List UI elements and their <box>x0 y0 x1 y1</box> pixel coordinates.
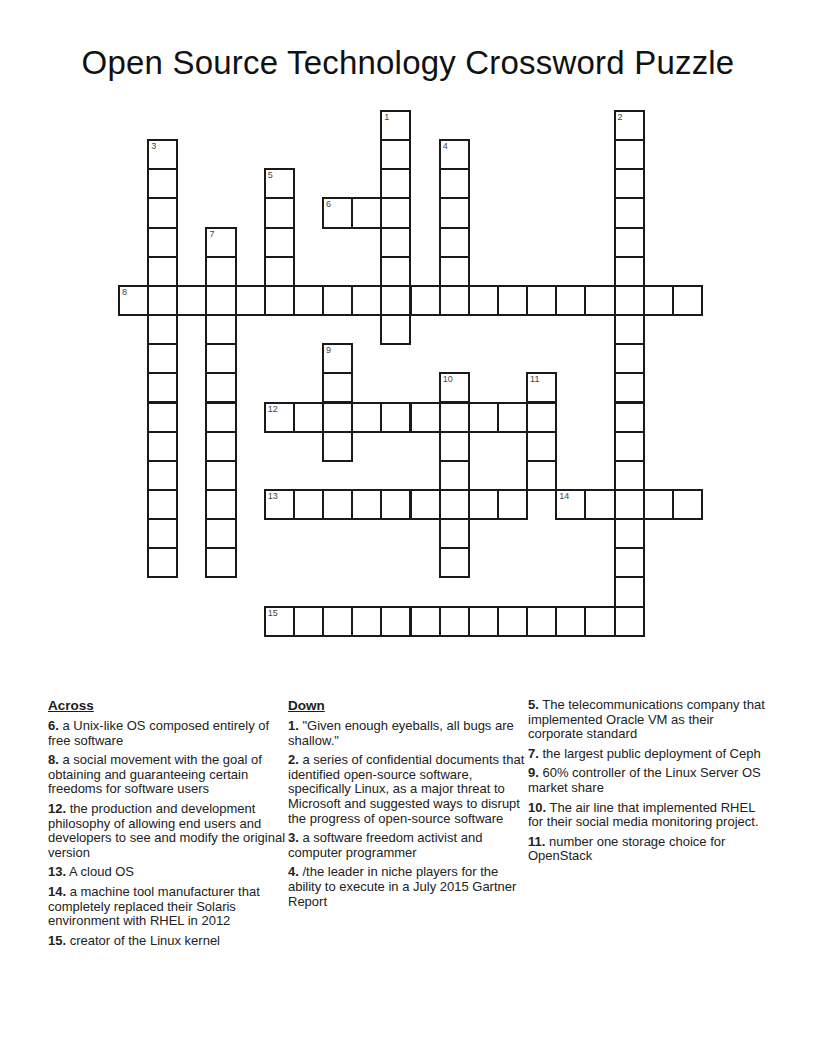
grid-cell[interactable] <box>147 431 178 462</box>
grid-cell[interactable] <box>205 372 236 403</box>
grid-cell[interactable] <box>497 402 528 433</box>
grid-cell[interactable] <box>205 343 236 374</box>
grid-cell[interactable] <box>380 489 411 520</box>
clue-item: 5. The telecommunications company that i… <box>528 698 768 742</box>
grid-cell[interactable] <box>380 227 411 258</box>
grid-cell[interactable] <box>526 606 557 637</box>
grid-cell[interactable] <box>264 227 295 258</box>
clue-item: 6. a Unix-like OS composed entirely of f… <box>48 719 288 748</box>
grid-cell[interactable] <box>584 489 615 520</box>
grid-cell[interactable] <box>147 343 178 374</box>
grid-cell[interactable] <box>322 606 353 637</box>
clue-item-number: 1. <box>288 718 299 733</box>
puzzle-title: Open Source Technology Crossword Puzzle <box>0 44 816 82</box>
clue-item-number: 15. <box>48 933 66 948</box>
clue-number: 12 <box>268 404 278 414</box>
grid-cell[interactable] <box>439 256 470 287</box>
grid-cell[interactable] <box>555 285 586 316</box>
grid-cell[interactable] <box>410 285 441 316</box>
clue-item-number: 7. <box>528 746 539 761</box>
grid-cell[interactable] <box>205 547 236 578</box>
clues-column-down-2: 5. The telecommunications company that i… <box>528 698 768 869</box>
clue-item-number: 2. <box>288 752 299 767</box>
grid-cell[interactable]: 6 <box>322 197 353 228</box>
clues-column-down-1: Down 1. "Given enough eyeballs, all bugs… <box>288 698 528 914</box>
grid-cell[interactable]: 11 <box>526 372 557 403</box>
grid-cell[interactable] <box>526 285 557 316</box>
clue-number: 5 <box>268 170 273 180</box>
grid-cell[interactable]: 14 <box>555 489 586 520</box>
clue-number: 4 <box>443 141 448 151</box>
clue-number: 6 <box>326 199 331 209</box>
down-clues-list-2: 5. The telecommunications company that i… <box>528 698 768 864</box>
grid-cell[interactable] <box>468 285 499 316</box>
clue-number: 2 <box>618 112 623 122</box>
grid-cell[interactable]: 1 <box>380 110 411 141</box>
grid-cell[interactable] <box>526 460 557 491</box>
grid-cell[interactable]: 5 <box>264 168 295 199</box>
grid-cell[interactable] <box>293 489 324 520</box>
grid-cell[interactable] <box>351 197 382 228</box>
grid-cell[interactable] <box>205 256 236 287</box>
grid-cell[interactable] <box>614 197 645 228</box>
grid-cell[interactable]: 15 <box>264 606 295 637</box>
clue-item: 13. A cloud OS <box>48 865 288 880</box>
clue-number: 9 <box>326 345 331 355</box>
grid-cell[interactable] <box>439 168 470 199</box>
grid-cell[interactable] <box>205 489 236 520</box>
grid-cell[interactable] <box>410 606 441 637</box>
grid-cell[interactable] <box>147 489 178 520</box>
grid-cell[interactable] <box>672 489 703 520</box>
grid-cell[interactable] <box>468 606 499 637</box>
grid-cell[interactable] <box>439 285 470 316</box>
grid-cell[interactable] <box>614 227 645 258</box>
clue-item: 15. creator of the Linux kernel <box>48 934 288 949</box>
clue-item: 8. a social movement with the goal of ob… <box>48 753 288 797</box>
clue-item-number: 14. <box>48 884 66 899</box>
grid-cell[interactable] <box>351 402 382 433</box>
grid-cell[interactable] <box>380 139 411 170</box>
grid-cell[interactable] <box>439 227 470 258</box>
grid-cell[interactable] <box>439 606 470 637</box>
grid-cell[interactable]: 3 <box>147 139 178 170</box>
clue-item-number: 11. <box>528 834 545 849</box>
grid-cell[interactable] <box>614 489 645 520</box>
grid-cell[interactable] <box>439 402 470 433</box>
grid-cell[interactable] <box>614 402 645 433</box>
grid-cell[interactable] <box>147 256 178 287</box>
grid-cell[interactable] <box>351 606 382 637</box>
grid-cell[interactable] <box>584 285 615 316</box>
grid-cell[interactable] <box>205 285 236 316</box>
clue-number: 11 <box>530 374 539 384</box>
grid-cell[interactable] <box>147 314 178 345</box>
down-heading: Down <box>288 698 528 713</box>
grid-cell[interactable] <box>264 285 295 316</box>
grid-cell[interactable] <box>351 489 382 520</box>
grid-cell[interactable] <box>205 460 236 491</box>
grid-cell[interactable] <box>147 402 178 433</box>
grid-cell[interactable] <box>380 256 411 287</box>
clue-item: 3. a software freedom activist and compu… <box>288 831 528 860</box>
clue-item-number: 13. <box>48 864 66 879</box>
clue-item: 4. /the leader in niche players for the … <box>288 865 528 909</box>
clue-item-number: 6. <box>48 718 59 733</box>
grid-cell[interactable] <box>147 227 178 258</box>
clue-item: 12. the production and development philo… <box>48 802 288 860</box>
across-clues-list: 6. a Unix-like OS composed entirely of f… <box>48 719 288 948</box>
grid-cell[interactable] <box>380 314 411 345</box>
grid-cell[interactable] <box>439 197 470 228</box>
grid-cell[interactable] <box>322 285 353 316</box>
grid-cell[interactable] <box>205 402 236 433</box>
grid-cell[interactable] <box>264 256 295 287</box>
grid-cell[interactable] <box>497 285 528 316</box>
grid-cell[interactable] <box>468 489 499 520</box>
grid-cell[interactable] <box>380 402 411 433</box>
clue-item-number: 8. <box>48 752 59 767</box>
grid-cell[interactable] <box>439 547 470 578</box>
grid-cell[interactable] <box>380 197 411 228</box>
grid-cell[interactable] <box>264 197 295 228</box>
grid-cell[interactable] <box>147 168 178 199</box>
grid-cell[interactable] <box>672 285 703 316</box>
clue-number: 13 <box>268 491 278 501</box>
grid-cell[interactable]: 7 <box>205 227 236 258</box>
crossword-grid: 123456789101112131415 <box>118 110 704 638</box>
clue-number: 3 <box>151 141 156 151</box>
grid-cell[interactable]: 2 <box>614 110 645 141</box>
grid-cell[interactable] <box>614 256 645 287</box>
grid-cell[interactable] <box>614 372 645 403</box>
grid-cell[interactable] <box>293 606 324 637</box>
grid-cell[interactable] <box>614 139 645 170</box>
grid-cell[interactable] <box>147 547 178 578</box>
grid-cell[interactable] <box>643 285 674 316</box>
grid-cell[interactable] <box>205 314 236 345</box>
grid-cell[interactable] <box>147 460 178 491</box>
grid-cell[interactable] <box>614 460 645 491</box>
grid-cell[interactable]: 12 <box>264 402 295 433</box>
clue-item: 11. number one storage choice for OpenSt… <box>528 835 768 864</box>
grid-cell[interactable]: 13 <box>264 489 295 520</box>
grid-cell[interactable] <box>410 489 441 520</box>
grid-cell[interactable] <box>439 460 470 491</box>
grid-cell[interactable] <box>235 285 266 316</box>
grid-cell[interactable] <box>205 431 236 462</box>
clue-item-number: 10. <box>528 800 546 815</box>
grid-cell[interactable] <box>526 431 557 462</box>
grid-cell[interactable] <box>147 372 178 403</box>
grid-cell[interactable] <box>439 518 470 549</box>
clue-number: 15 <box>268 608 278 618</box>
grid-cell[interactable] <box>614 576 645 607</box>
clue-item: 10. The air line that implemented RHEL f… <box>528 801 768 830</box>
grid-cell[interactable] <box>322 372 353 403</box>
grid-cell[interactable] <box>614 606 645 637</box>
clue-number: 10 <box>443 374 453 384</box>
grid-cell[interactable]: 9 <box>322 343 353 374</box>
grid-cell[interactable]: 4 <box>439 139 470 170</box>
grid-cell[interactable] <box>293 285 324 316</box>
grid-cell[interactable] <box>380 606 411 637</box>
grid-cell[interactable] <box>614 518 645 549</box>
grid-cell[interactable] <box>410 402 441 433</box>
clue-item-number: 12. <box>48 801 66 816</box>
down-clues-list-1: 1. "Given enough eyeballs, all bugs are … <box>288 719 528 909</box>
grid-cell[interactable] <box>614 343 645 374</box>
grid-cell[interactable] <box>147 518 178 549</box>
clue-item: 14. a machine tool manufacturer that com… <box>48 885 288 929</box>
grid-cell[interactable] <box>584 606 615 637</box>
clue-item: 7. the largest public deployment of Ceph <box>528 747 768 762</box>
grid-cell[interactable] <box>526 402 557 433</box>
clue-number: 7 <box>209 229 214 239</box>
clue-item: 2. a series of confidential documents th… <box>288 753 528 826</box>
grid-cell[interactable] <box>614 314 645 345</box>
clues-column-across: Across 6. a Unix-like OS composed entire… <box>48 698 288 953</box>
grid-cell[interactable] <box>614 431 645 462</box>
grid-cell[interactable] <box>614 168 645 199</box>
clue-item-number: 9. <box>528 765 539 780</box>
grid-cell[interactable] <box>439 431 470 462</box>
grid-cell[interactable] <box>555 606 586 637</box>
grid-cell[interactable]: 10 <box>439 372 470 403</box>
grid-cell[interactable] <box>497 606 528 637</box>
grid-cell[interactable] <box>614 285 645 316</box>
clue-item-number: 5. <box>528 697 539 712</box>
clue-number: 8 <box>122 287 127 297</box>
clue-number: 1 <box>384 112 389 122</box>
clue-item: 1. "Given enough eyeballs, all bugs are … <box>288 719 528 748</box>
grid-cell[interactable] <box>147 197 178 228</box>
clue-number: 14 <box>559 491 569 501</box>
grid-cell[interactable] <box>351 285 382 316</box>
grid-cell[interactable]: 8 <box>118 285 149 316</box>
grid-cell[interactable] <box>322 402 353 433</box>
grid-cell[interactable] <box>468 402 499 433</box>
clue-item-number: 3. <box>288 830 299 845</box>
grid-cell[interactable] <box>380 168 411 199</box>
grid-cell[interactable] <box>147 285 178 316</box>
grid-cell[interactable] <box>614 547 645 578</box>
across-heading: Across <box>48 698 288 713</box>
clue-item: 9. 60% controller of the Linux Server OS… <box>528 766 768 795</box>
grid-cell[interactable] <box>439 489 470 520</box>
grid-cell[interactable] <box>643 489 674 520</box>
grid-cell[interactable] <box>497 489 528 520</box>
grid-cell[interactable] <box>380 285 411 316</box>
grid-cell[interactable] <box>293 402 324 433</box>
grid-cell[interactable] <box>322 489 353 520</box>
grid-cell[interactable] <box>176 285 207 316</box>
grid-cell[interactable] <box>205 518 236 549</box>
grid-cell[interactable] <box>322 431 353 462</box>
clue-item-number: 4. <box>288 864 299 879</box>
